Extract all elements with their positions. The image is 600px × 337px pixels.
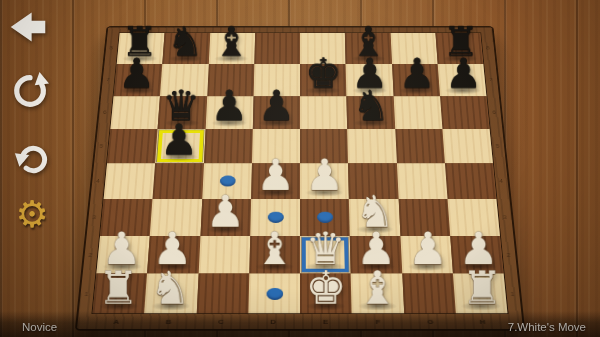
white-rook-h1[interactable]: ♜ — [450, 260, 514, 316]
restart-button[interactable] — [8, 69, 52, 113]
settings-gear-icon: ⚙ — [15, 193, 48, 236]
difficulty-label: Novice — [22, 321, 57, 333]
square-f6[interactable]: ♞ — [347, 96, 395, 129]
square-a4[interactable] — [104, 163, 156, 198]
square-g1[interactable] — [402, 274, 456, 314]
back-arrow-icon — [8, 10, 48, 44]
black-pawn-h7[interactable]: ♟ — [435, 48, 492, 98]
board-grid: ♜♞♝♝♜♟♚♟♟♟♛♟♟♞♟♟♟♟♞♟♟♝♛♟♟♟♜♞♚♝♜ — [91, 32, 508, 314]
square-c8[interactable]: ♝ — [208, 33, 255, 64]
back-button[interactable] — [6, 5, 50, 49]
square-d2[interactable]: ♝ — [249, 236, 300, 274]
undo-arrow-icon — [14, 138, 50, 174]
square-h6[interactable] — [440, 96, 490, 129]
square-h4[interactable] — [445, 163, 497, 198]
square-d6[interactable]: ♟ — [253, 96, 300, 129]
square-f1[interactable]: ♝ — [351, 274, 404, 314]
undo-button[interactable] — [10, 134, 54, 178]
square-h5[interactable] — [442, 129, 493, 163]
square-b5[interactable]: ♟ — [155, 129, 205, 163]
black-pawn-d6[interactable]: ♟ — [247, 80, 305, 131]
chess-board: 87654321 87654321 ♜♞♝♝♜♟♚♟♟♟♛♟♟♞♟♟♟♟♞♟♟♝… — [77, 27, 523, 329]
square-g6[interactable] — [393, 96, 442, 129]
square-g5[interactable] — [395, 129, 445, 163]
status-bar: Novice 7.White's Move — [0, 311, 600, 337]
square-b1[interactable]: ♞ — [144, 274, 198, 314]
square-e7[interactable]: ♚ — [300, 64, 347, 96]
square-e6[interactable] — [300, 96, 347, 129]
settings-button[interactable]: ⚙ — [10, 192, 54, 236]
square-e1[interactable]: ♚ — [300, 274, 352, 314]
square-h7[interactable]: ♟ — [437, 64, 486, 96]
square-d1[interactable] — [248, 274, 300, 314]
black-bishop-c8[interactable]: ♝ — [203, 17, 259, 66]
square-c6[interactable]: ♟ — [205, 96, 253, 129]
white-bishop-f1[interactable]: ♝ — [346, 260, 410, 316]
legal-move-dot[interactable] — [266, 288, 283, 300]
square-d4[interactable]: ♟ — [251, 163, 300, 198]
chess-app-screen: 87654321 87654321 ♜♞♝♝♜♟♚♟♟♟♛♟♟♞♟♟♟♟♞♟♟♝… — [0, 0, 600, 337]
black-pawn-b5[interactable]: ♟ — [150, 114, 209, 166]
square-e4[interactable]: ♟ — [300, 163, 349, 198]
square-d8[interactable] — [254, 33, 300, 64]
black-knight-f6[interactable]: ♞ — [342, 80, 400, 131]
white-knight-b1[interactable]: ♞ — [138, 260, 202, 316]
square-h1[interactable]: ♜ — [453, 274, 508, 314]
square-c2[interactable] — [198, 236, 250, 274]
restart-icon — [11, 72, 49, 110]
square-c1[interactable] — [196, 274, 249, 314]
move-status: 7.White's Move — [508, 321, 586, 333]
